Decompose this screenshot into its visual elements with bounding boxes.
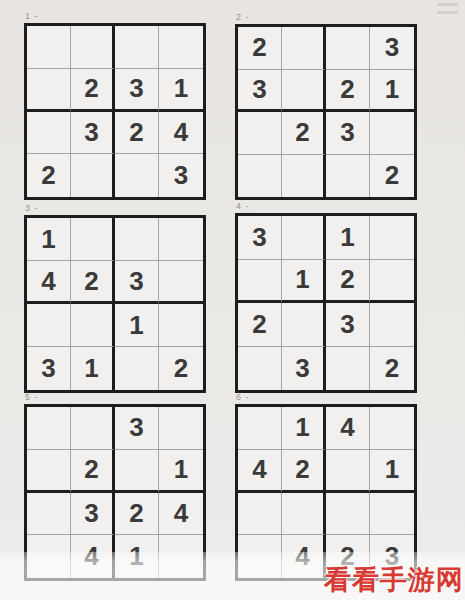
- cell-r3-c2: [71, 304, 115, 347]
- cell-r1-c1: [27, 407, 71, 450]
- cell-r4-c4: 2: [159, 347, 203, 390]
- cell-r1-c3: [115, 26, 159, 69]
- cell-r2-c4: [159, 261, 203, 304]
- hamburger-menu-icon[interactable]: [437, 3, 458, 14]
- puzzle-1-label: 1 -: [25, 11, 39, 21]
- cell-r3-c2: 3: [71, 493, 115, 536]
- cell-r2-c4: 1: [159, 450, 203, 493]
- cell-r2-c4: 1: [370, 70, 414, 113]
- cell-r2-c3: 3: [115, 261, 159, 304]
- sudoku-grid-3: 14231312: [24, 215, 206, 393]
- cell-r1-c2: [71, 26, 115, 69]
- puzzle-6-label: 6 -: [236, 392, 250, 402]
- cell-r1-c4: [159, 218, 203, 261]
- watermark-text: 看看手游网: [324, 562, 464, 598]
- cell-r1-c1: [238, 407, 282, 450]
- cell-r3-c4: [370, 493, 414, 536]
- cell-r2-c4: 1: [370, 450, 414, 493]
- cell-r3-c1: 2: [238, 303, 282, 347]
- cell-r2-c2: 2: [71, 450, 115, 493]
- cell-r3-c4: [370, 112, 414, 155]
- puzzle-2: 2 - 23321232: [235, 24, 417, 200]
- puzzle-4: 4 - 31122332: [235, 213, 417, 393]
- cell-r4-c3: [326, 347, 370, 391]
- cell-r2-c4: [370, 260, 414, 304]
- cell-r3-c1: [27, 493, 71, 536]
- cell-r4-c3: [326, 155, 370, 198]
- cell-r2-c1: 3: [238, 70, 282, 113]
- cell-r3-c2: [282, 493, 326, 536]
- cell-r3-c1: [27, 304, 71, 347]
- cell-r1-c3: [326, 27, 370, 70]
- cell-r3-c2: 3: [71, 112, 115, 155]
- menu-bar: [437, 11, 458, 14]
- cell-r4-c1: [238, 347, 282, 391]
- cell-r1-c1: 1: [27, 218, 71, 261]
- cell-r2-c3: [115, 450, 159, 493]
- cell-r4-c2: [71, 154, 115, 197]
- sudoku-grid-1: 23132423: [24, 23, 206, 200]
- cell-r1-c1: 2: [238, 27, 282, 70]
- cell-r2-c3: 3: [115, 69, 159, 112]
- cell-r2-c1: [27, 69, 71, 112]
- cell-r2-c1: [27, 450, 71, 493]
- cell-r4-c4: 3: [159, 154, 203, 197]
- sudoku-sheet-page: 1 - 23132423 2 - 23321232 3 - 14231312 4…: [0, 0, 465, 600]
- puzzle-1: 1 - 23132423: [24, 23, 206, 200]
- menu-bar: [437, 3, 458, 6]
- cell-r4-c4: 2: [370, 155, 414, 198]
- cell-r4-c2: [282, 155, 326, 198]
- cell-r1-c4: [159, 407, 203, 450]
- cell-r2-c2: 2: [71, 261, 115, 304]
- cell-r1-c2: [71, 218, 115, 261]
- cell-r2-c3: 2: [326, 70, 370, 113]
- cell-r1-c1: 3: [238, 216, 282, 260]
- cell-r3-c4: [159, 304, 203, 347]
- cell-r1-c3: 4: [326, 407, 370, 450]
- cell-r2-c3: [326, 450, 370, 493]
- cell-r2-c2: 1: [282, 260, 326, 304]
- puzzle-4-label: 4 -: [236, 201, 250, 211]
- cell-r3-c2: [282, 303, 326, 347]
- puzzle-5-label: 5 -: [25, 392, 39, 402]
- cell-r2-c1: [238, 260, 282, 304]
- cell-r4-c3: [115, 154, 159, 197]
- cell-r2-c2: [282, 70, 326, 113]
- cell-r1-c4: [159, 26, 203, 69]
- cell-r3-c1: [27, 112, 71, 155]
- cell-r3-c3: 3: [326, 303, 370, 347]
- puzzle-3: 3 - 14231312: [24, 215, 206, 393]
- cell-r1-c3: 3: [115, 407, 159, 450]
- cell-r3-c1: [238, 493, 282, 536]
- cell-r3-c2: 2: [282, 112, 326, 155]
- cell-r3-c4: 4: [159, 493, 203, 536]
- cell-r2-c1: 4: [238, 450, 282, 493]
- cell-r3-c3: [326, 493, 370, 536]
- cell-r3-c4: [370, 303, 414, 347]
- cell-r4-c2: 3: [282, 347, 326, 391]
- cell-r4-c4: 2: [370, 347, 414, 391]
- cell-r1-c1: [27, 26, 71, 69]
- puzzle-2-label: 2 -: [236, 12, 250, 22]
- cell-r3-c4: 4: [159, 112, 203, 155]
- cell-r4-c1: 3: [27, 347, 71, 390]
- cell-r1-c3: [115, 218, 159, 261]
- cell-r4-c3: [115, 347, 159, 390]
- cell-r3-c3: 2: [115, 493, 159, 536]
- cell-r2-c4: 1: [159, 69, 203, 112]
- sudoku-grid-2: 23321232: [235, 24, 417, 200]
- puzzle-3-label: 3 -: [25, 203, 39, 213]
- cell-r1-c4: [370, 216, 414, 260]
- cell-r1-c3: 1: [326, 216, 370, 260]
- cell-r1-c2: [282, 216, 326, 260]
- cell-r4-c2: 1: [71, 347, 115, 390]
- cell-r3-c3: 1: [115, 304, 159, 347]
- cell-r3-c3: 2: [115, 112, 159, 155]
- cell-r3-c3: 3: [326, 112, 370, 155]
- sudoku-grid-4: 31122332: [235, 213, 417, 393]
- cell-r1-c2: [71, 407, 115, 450]
- cell-r1-c2: [282, 27, 326, 70]
- cell-r4-c1: [238, 155, 282, 198]
- cell-r2-c2: 2: [282, 450, 326, 493]
- cell-r1-c2: 1: [282, 407, 326, 450]
- cell-r3-c1: [238, 112, 282, 155]
- cell-r4-c1: 2: [27, 154, 71, 197]
- cell-r1-c4: [370, 407, 414, 450]
- cell-r2-c3: 2: [326, 260, 370, 304]
- cell-r2-c1: 4: [27, 261, 71, 304]
- cell-r2-c2: 2: [71, 69, 115, 112]
- cell-r1-c4: 3: [370, 27, 414, 70]
